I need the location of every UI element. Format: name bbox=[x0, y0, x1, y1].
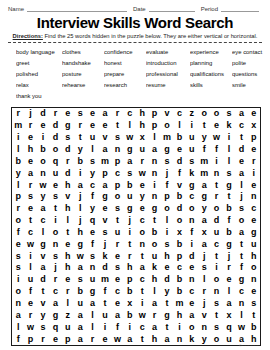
grid-cell: e bbox=[86, 227, 98, 239]
grid-cell: s bbox=[210, 298, 222, 310]
grid-cell: b bbox=[124, 179, 136, 191]
grid-cell: g bbox=[198, 191, 210, 203]
grid-cell: k bbox=[223, 120, 235, 132]
grid-cell: d bbox=[37, 274, 49, 286]
grid-cell: a bbox=[24, 167, 36, 179]
word-item-empty bbox=[190, 91, 232, 102]
grid-cell: i bbox=[49, 215, 61, 227]
grid-cell: f bbox=[186, 227, 198, 239]
grid-cell: i bbox=[186, 120, 198, 132]
grid-cell: l bbox=[223, 155, 235, 167]
grid-cell: a bbox=[74, 262, 86, 274]
grid-cell: e bbox=[49, 179, 61, 191]
grid-cell: u bbox=[86, 274, 98, 286]
grid-cell: b bbox=[173, 191, 185, 203]
grid-cell: r bbox=[24, 309, 36, 321]
grid-cell: o bbox=[173, 215, 185, 227]
grid-cell: h bbox=[148, 333, 160, 345]
grid-cell: n bbox=[148, 155, 160, 167]
grid-cell: s bbox=[74, 108, 86, 120]
grid-cell: z bbox=[186, 108, 198, 120]
grid-cell: c bbox=[37, 215, 49, 227]
grid-cell: s bbox=[12, 250, 24, 262]
grid-cell: s bbox=[86, 155, 98, 167]
grid-cell: t bbox=[161, 321, 173, 333]
grid-cell: d bbox=[235, 144, 247, 156]
grid-cell: n bbox=[12, 298, 24, 310]
grid-cell: w bbox=[136, 309, 148, 321]
grid-cell: t bbox=[198, 120, 210, 132]
grid-cell: o bbox=[198, 108, 210, 120]
grid-cell: e bbox=[24, 298, 36, 310]
grid-cell: f bbox=[111, 321, 123, 333]
grid-cell: v bbox=[37, 298, 49, 310]
grid-cell: m bbox=[198, 167, 210, 179]
grid-cell: i bbox=[210, 155, 222, 167]
grid-cell: n bbox=[186, 215, 198, 227]
grid-cell: i bbox=[136, 298, 148, 310]
grid-cell: p bbox=[111, 155, 123, 167]
grid-cell: e bbox=[12, 238, 24, 250]
word-item: questions bbox=[232, 69, 266, 80]
word-item: confidence bbox=[104, 47, 146, 58]
grid-cell: v bbox=[62, 191, 74, 203]
grid-cell: f bbox=[12, 333, 24, 345]
grid-cell: o bbox=[12, 286, 24, 298]
grid-cell: c bbox=[173, 108, 185, 120]
grid-cell: g bbox=[148, 203, 160, 215]
word-item: polished bbox=[16, 69, 62, 80]
grid-cell: p bbox=[111, 179, 123, 191]
date-blank-line bbox=[149, 4, 195, 12]
grid-cell: d bbox=[62, 144, 74, 156]
word-list: body languageclothesconfidenceevaluateex… bbox=[16, 47, 262, 102]
grid-cell: a bbox=[74, 321, 86, 333]
grid-cell: w bbox=[235, 321, 247, 333]
grid-cell: k bbox=[186, 167, 198, 179]
grid-cell: l bbox=[198, 274, 210, 286]
grid-cell: n bbox=[86, 262, 98, 274]
grid-cell: r bbox=[49, 274, 61, 286]
grid-cell: c bbox=[235, 286, 247, 298]
word-item: honest bbox=[104, 58, 146, 69]
grid-cell: k bbox=[99, 250, 111, 262]
grid-cell: a bbox=[198, 215, 210, 227]
grid-cell: f bbox=[235, 262, 247, 274]
word-item-empty bbox=[104, 91, 146, 102]
grid-cell: a bbox=[37, 262, 49, 274]
grid-cell: r bbox=[62, 286, 74, 298]
grid-cell: n bbox=[136, 238, 148, 250]
grid-cell: c bbox=[136, 321, 148, 333]
grid-cell: m bbox=[99, 274, 111, 286]
grid-cell: t bbox=[62, 227, 74, 239]
grid-cell: n bbox=[248, 191, 260, 203]
grid-cell: b bbox=[248, 321, 260, 333]
word-item: smile bbox=[232, 80, 266, 91]
grid-cell: l bbox=[24, 262, 36, 274]
grid-cell: r bbox=[49, 108, 61, 120]
grid-cell: t bbox=[210, 250, 222, 262]
grid-cell: a bbox=[148, 144, 160, 156]
grid-cell: a bbox=[12, 309, 24, 321]
grid-cell: j bbox=[74, 191, 86, 203]
grid-cell: j bbox=[235, 191, 247, 203]
grid-cell: h bbox=[62, 203, 74, 215]
grid-cell: z bbox=[62, 309, 74, 321]
grid-cell: u bbox=[62, 321, 74, 333]
grid-cell: w bbox=[24, 321, 36, 333]
grid-cell: g bbox=[161, 309, 173, 321]
grid-cell: r bbox=[248, 155, 260, 167]
grid-cell: o bbox=[161, 203, 173, 215]
grid-cell: o bbox=[37, 155, 49, 167]
grid-cell: r bbox=[223, 262, 235, 274]
grid-cell: g bbox=[124, 203, 136, 215]
grid-cell: n bbox=[148, 167, 160, 179]
word-item: introduction bbox=[146, 58, 190, 69]
grid-cell: m bbox=[198, 155, 210, 167]
grid-cell: e bbox=[248, 215, 260, 227]
grid-cell: c bbox=[173, 262, 185, 274]
grid-cell: o bbox=[248, 262, 260, 274]
grid-cell: g bbox=[161, 144, 173, 156]
grid-cell: k bbox=[148, 262, 160, 274]
grid-cell: n bbox=[173, 333, 185, 345]
grid-cell: l bbox=[62, 215, 74, 227]
grid-cell: y bbox=[37, 191, 49, 203]
name-label: Name bbox=[8, 6, 24, 12]
grid-cell: i bbox=[99, 321, 111, 333]
grid-cell: a bbox=[223, 298, 235, 310]
grid-cell: s bbox=[12, 262, 24, 274]
grid-cell: u bbox=[186, 132, 198, 144]
grid-cell: b bbox=[223, 203, 235, 215]
grid-cell: u bbox=[248, 238, 260, 250]
grid-cell: h bbox=[62, 262, 74, 274]
grid-cell: u bbox=[136, 144, 148, 156]
grid-cell: t bbox=[235, 250, 247, 262]
grid-cell: i bbox=[186, 238, 198, 250]
grid-cell: g bbox=[86, 286, 98, 298]
grid-cell: v bbox=[161, 108, 173, 120]
grid-cell: h bbox=[148, 274, 160, 286]
grid-cell: i bbox=[161, 227, 173, 239]
grid-cell: t bbox=[235, 132, 247, 144]
grid-cell: v bbox=[99, 132, 111, 144]
grid-cell: e bbox=[111, 250, 123, 262]
grid-cell: a bbox=[148, 321, 160, 333]
grid-cell: c bbox=[86, 179, 98, 191]
grid-cell: t bbox=[248, 309, 260, 321]
grid-cell: h bbox=[62, 250, 74, 262]
grid-cell: a bbox=[86, 298, 98, 310]
grid-cell: r bbox=[148, 309, 160, 321]
grid-cell: d bbox=[186, 250, 198, 262]
grid-cell: w bbox=[74, 250, 86, 262]
grid-cell: s bbox=[24, 191, 36, 203]
grid-cell: l bbox=[223, 286, 235, 298]
word-item: rehearse bbox=[62, 80, 104, 91]
grid-cell: w bbox=[210, 132, 222, 144]
grid-cell: b bbox=[74, 155, 86, 167]
word-item: qualifications bbox=[190, 69, 232, 80]
grid-cell: s bbox=[248, 298, 260, 310]
word-item: professional bbox=[146, 69, 190, 80]
grid-cell: p bbox=[173, 250, 185, 262]
grid-cell: e bbox=[49, 333, 61, 345]
grid-cell: o bbox=[111, 191, 123, 203]
grid-cell: h bbox=[124, 262, 136, 274]
grid-cell: m bbox=[99, 155, 111, 167]
grid-cell: e bbox=[248, 144, 260, 156]
grid-cell: d bbox=[161, 274, 173, 286]
grid-cell: c bbox=[248, 203, 260, 215]
grid-cell: o bbox=[210, 333, 222, 345]
grid-cell: a bbox=[99, 179, 111, 191]
grid-cell: g bbox=[248, 227, 260, 239]
grid-cell: i bbox=[37, 132, 49, 144]
grid-cell: i bbox=[223, 132, 235, 144]
word-item: planning bbox=[190, 58, 232, 69]
grid-cell: c bbox=[186, 286, 198, 298]
grid-cell: a bbox=[161, 333, 173, 345]
grid-cell: r bbox=[12, 203, 24, 215]
grid-cell: a bbox=[74, 309, 86, 321]
grid-cell: c bbox=[111, 286, 123, 298]
directions-line: Directions: Find the 25 words hidden in … bbox=[0, 33, 270, 39]
grid-cell: x bbox=[136, 132, 148, 144]
grid-cell: b bbox=[124, 286, 136, 298]
grid-cell: y bbox=[37, 309, 49, 321]
grid-cell: c bbox=[111, 167, 123, 179]
grid-cell: v bbox=[173, 179, 185, 191]
grid-cell: t bbox=[49, 203, 61, 215]
grid-cell: c bbox=[24, 227, 36, 239]
date-label: Date bbox=[133, 6, 146, 12]
grid-cell: e bbox=[86, 120, 98, 132]
grid-cell: h bbox=[62, 179, 74, 191]
word-item: skills bbox=[190, 80, 232, 91]
grid-cell: s bbox=[223, 108, 235, 120]
grid-cell: o bbox=[148, 238, 160, 250]
grid-cell: h bbox=[74, 227, 86, 239]
grid-cell: e bbox=[210, 120, 222, 132]
grid-cell: b bbox=[223, 227, 235, 239]
grid-cell: u bbox=[99, 309, 111, 321]
grid-cell: o bbox=[210, 108, 222, 120]
grid-cell: a bbox=[235, 227, 247, 239]
grid-cell: t bbox=[99, 298, 111, 310]
grid-cell: l bbox=[235, 179, 247, 191]
grid-cell: k bbox=[186, 333, 198, 345]
grid-cell: e bbox=[62, 108, 74, 120]
grid-cell: m bbox=[12, 120, 24, 132]
grid-cell: y bbox=[12, 167, 24, 179]
grid-cell: e bbox=[186, 262, 198, 274]
grid-cell: g bbox=[223, 238, 235, 250]
directions-label: Directions: bbox=[13, 33, 43, 39]
grid-cell: x bbox=[124, 298, 136, 310]
grid-cell: s bbox=[111, 203, 123, 215]
period-label: Period bbox=[201, 6, 218, 12]
grid-cell: a bbox=[148, 298, 160, 310]
grid-cell: c bbox=[136, 215, 148, 227]
grid-cell: l bbox=[86, 321, 98, 333]
word-item: research bbox=[104, 80, 146, 91]
grid-cell: s bbox=[74, 274, 86, 286]
grid-cell: e bbox=[99, 120, 111, 132]
grid-cell: e bbox=[248, 286, 260, 298]
word-item: experience bbox=[190, 47, 232, 58]
credit-text: ©············ bbox=[239, 344, 260, 348]
grid-cell: f bbox=[86, 238, 98, 250]
grid-cell: r bbox=[111, 238, 123, 250]
grid-cell: a bbox=[235, 108, 247, 120]
grid-cell: d bbox=[49, 120, 61, 132]
grid-cell: x bbox=[248, 120, 260, 132]
grid-cell: i bbox=[124, 227, 136, 239]
grid-cell: l bbox=[124, 120, 136, 132]
grid-cell: j bbox=[99, 238, 111, 250]
grid-cell: f bbox=[173, 167, 185, 179]
grid-cell: r bbox=[124, 250, 136, 262]
grid-cell: r bbox=[12, 108, 24, 120]
word-item: eye contact bbox=[232, 47, 266, 58]
grid-cell: w bbox=[37, 179, 49, 191]
grid-cell: b bbox=[148, 227, 160, 239]
grid-cell: e bbox=[248, 179, 260, 191]
grid-cell: t bbox=[136, 250, 148, 262]
grid-cell: a bbox=[74, 179, 86, 191]
word-item: handshake bbox=[62, 58, 104, 69]
word-item: resume bbox=[146, 80, 190, 91]
grid-cell: s bbox=[111, 132, 123, 144]
grid-cell: x bbox=[198, 227, 210, 239]
grid-cell: b bbox=[173, 274, 185, 286]
word-item-empty bbox=[62, 91, 104, 102]
word-item: thank you bbox=[16, 91, 62, 102]
grid-cell: e bbox=[248, 108, 260, 120]
grid-cell: s bbox=[161, 155, 173, 167]
grid-cell: n bbox=[235, 298, 247, 310]
grid-cell: d bbox=[173, 203, 185, 215]
grid-cell: f bbox=[86, 191, 98, 203]
grid-cell: a bbox=[37, 203, 49, 215]
grid-cell: o bbox=[210, 274, 222, 286]
grid-cell: t bbox=[24, 215, 36, 227]
grid-cell: x bbox=[223, 309, 235, 321]
grid-cell: a bbox=[111, 309, 123, 321]
grid-cell: s bbox=[161, 238, 173, 250]
grid-cell: r bbox=[24, 120, 36, 132]
grid-cell: s bbox=[62, 132, 74, 144]
grid-cell: p bbox=[148, 120, 160, 132]
grid-cell: n bbox=[186, 274, 198, 286]
grid-cell: m bbox=[173, 298, 185, 310]
grid-cell: h bbox=[173, 309, 185, 321]
grid-cell: r bbox=[136, 155, 148, 167]
grid-cell: e bbox=[62, 238, 74, 250]
grid-cell: s bbox=[235, 203, 247, 215]
grid-cell: c bbox=[235, 120, 247, 132]
grid-cell: g bbox=[49, 309, 61, 321]
grid-cell: e bbox=[24, 155, 36, 167]
grid-cell: e bbox=[136, 179, 148, 191]
grid-cell: c bbox=[136, 274, 148, 286]
grid-cell: e bbox=[24, 203, 36, 215]
grid-cell: u bbox=[86, 132, 98, 144]
grid-cell: c bbox=[186, 191, 198, 203]
grid-cell: p bbox=[248, 132, 260, 144]
grid-cell: w bbox=[24, 238, 36, 250]
grid-cell: f bbox=[198, 144, 210, 156]
grid-cell: r bbox=[24, 179, 36, 191]
grid-cell: r bbox=[74, 120, 86, 132]
word-item: greet bbox=[16, 58, 62, 69]
grid-cell: l bbox=[12, 144, 24, 156]
grid-cell: u bbox=[186, 144, 198, 156]
word-item: body language bbox=[16, 47, 62, 58]
grid-cell: v bbox=[37, 250, 49, 262]
grid-cell: l bbox=[37, 227, 49, 239]
grid-cell: p bbox=[12, 191, 24, 203]
grid-cell: e bbox=[86, 108, 98, 120]
grid-cell: l bbox=[161, 215, 173, 227]
grid-cell: c bbox=[210, 238, 222, 250]
grid-cell: s bbox=[186, 155, 198, 167]
grid-cell: n bbox=[111, 144, 123, 156]
grid-cell: f bbox=[223, 215, 235, 227]
grid-cell: r bbox=[111, 108, 123, 120]
grid-cell: e bbox=[99, 333, 111, 345]
grid-cell: s bbox=[49, 191, 61, 203]
grid-cell: a bbox=[49, 298, 61, 310]
grid-cell: s bbox=[124, 167, 136, 179]
grid-cell: p bbox=[24, 333, 36, 345]
grid-cell: u bbox=[124, 191, 136, 203]
grid-cell: u bbox=[210, 227, 222, 239]
grid-cell: t bbox=[74, 132, 86, 144]
grid-cell: t bbox=[111, 215, 123, 227]
grid-cell: i bbox=[173, 321, 185, 333]
grid-cell: d bbox=[173, 155, 185, 167]
grid-cell: a bbox=[186, 309, 198, 321]
worksheet-page: Name Date Period Interview Skills Word S… bbox=[0, 0, 270, 350]
grid-cell: e bbox=[173, 144, 185, 156]
grid-cell: s bbox=[37, 321, 49, 333]
grid-cell: x bbox=[173, 227, 185, 239]
grid-cell: n bbox=[49, 238, 61, 250]
page-title: Interview Skills Word Search bbox=[0, 14, 270, 31]
grid-cell: s bbox=[49, 250, 61, 262]
grid-cell: t bbox=[210, 179, 222, 191]
name-blank-line bbox=[27, 4, 127, 12]
grid-cell: g bbox=[223, 179, 235, 191]
grid-cell: q bbox=[49, 321, 61, 333]
grid-cell: q bbox=[49, 155, 61, 167]
grid-cell: e bbox=[235, 155, 247, 167]
grid-cell: w bbox=[124, 132, 136, 144]
grid-cell: j bbox=[49, 262, 61, 274]
grid-cell: t bbox=[161, 298, 173, 310]
grid-cell: g bbox=[235, 274, 247, 286]
grid-cell: b bbox=[74, 286, 86, 298]
grid-cell: y bbox=[86, 203, 98, 215]
grid-cell: p bbox=[161, 191, 173, 203]
grid-cell: b bbox=[173, 132, 185, 144]
grid-cell: r bbox=[37, 333, 49, 345]
